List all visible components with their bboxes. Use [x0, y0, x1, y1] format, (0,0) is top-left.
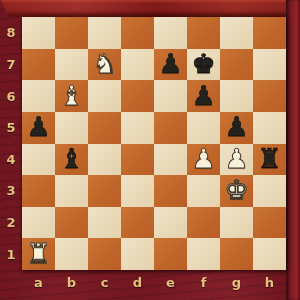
rank-label-6: 6	[0, 80, 22, 112]
square-b8[interactable]	[55, 17, 88, 49]
file-label-a: a	[22, 270, 55, 294]
square-h6[interactable]	[253, 80, 286, 112]
file-labels: abcdefgh	[22, 270, 286, 294]
square-b5[interactable]	[55, 112, 88, 144]
square-f4[interactable]: ♟	[187, 144, 220, 176]
square-d7[interactable]	[121, 49, 154, 81]
white-bishop[interactable]: ♝	[59, 82, 83, 109]
rank-label-4: 4	[0, 144, 22, 176]
file-label-f: f	[187, 270, 220, 294]
square-g8[interactable]	[220, 17, 253, 49]
rank-label-3: 3	[0, 175, 22, 207]
square-g3[interactable]: ♚	[220, 175, 253, 207]
frame-top-edge	[0, 0, 300, 17]
square-a4[interactable]	[22, 144, 55, 176]
square-b6[interactable]: ♝	[55, 80, 88, 112]
square-c6[interactable]	[88, 80, 121, 112]
square-d6[interactable]	[121, 80, 154, 112]
square-h2[interactable]	[253, 207, 286, 239]
black-pawn[interactable]: ♟	[158, 50, 182, 77]
square-c1[interactable]	[88, 238, 121, 270]
board-frame: 87654321 abcdefgh ♞♟♚♝♟♟♟♝♟♟♜♚♜	[0, 0, 300, 300]
square-g5[interactable]: ♟	[220, 112, 253, 144]
square-f6[interactable]: ♟	[187, 80, 220, 112]
square-a7[interactable]	[22, 49, 55, 81]
white-rook[interactable]: ♜	[26, 240, 50, 267]
square-e3[interactable]	[154, 175, 187, 207]
square-h8[interactable]	[253, 17, 286, 49]
square-d2[interactable]	[121, 207, 154, 239]
rank-label-8: 8	[0, 17, 22, 49]
square-c2[interactable]	[88, 207, 121, 239]
square-c3[interactable]	[88, 175, 121, 207]
square-f5[interactable]	[187, 112, 220, 144]
square-b7[interactable]	[55, 49, 88, 81]
square-f8[interactable]	[187, 17, 220, 49]
square-c7[interactable]: ♞	[88, 49, 121, 81]
black-rook[interactable]: ♜	[257, 145, 281, 172]
square-a1[interactable]: ♜	[22, 238, 55, 270]
square-h7[interactable]	[253, 49, 286, 81]
square-g2[interactable]	[220, 207, 253, 239]
square-d1[interactable]	[121, 238, 154, 270]
square-h1[interactable]	[253, 238, 286, 270]
square-e4[interactable]	[154, 144, 187, 176]
square-c4[interactable]	[88, 144, 121, 176]
rank-label-5: 5	[0, 112, 22, 144]
square-a2[interactable]	[22, 207, 55, 239]
square-b2[interactable]	[55, 207, 88, 239]
rank-label-2: 2	[0, 207, 22, 239]
file-label-g: g	[220, 270, 253, 294]
square-h4[interactable]: ♜	[253, 144, 286, 176]
file-label-h: h	[253, 270, 286, 294]
white-pawn[interactable]: ♟	[191, 145, 215, 172]
black-pawn[interactable]: ♟	[224, 113, 248, 140]
black-king[interactable]: ♚	[191, 50, 215, 77]
square-d4[interactable]	[121, 144, 154, 176]
square-f2[interactable]	[187, 207, 220, 239]
black-pawn[interactable]: ♟	[26, 113, 50, 140]
square-g1[interactable]	[220, 238, 253, 270]
white-knight[interactable]: ♞	[92, 50, 116, 77]
square-a6[interactable]	[22, 80, 55, 112]
square-b1[interactable]	[55, 238, 88, 270]
white-pawn[interactable]: ♟	[224, 145, 248, 172]
black-pawn[interactable]: ♟	[191, 82, 215, 109]
rank-labels: 87654321	[0, 17, 22, 270]
square-f3[interactable]	[187, 175, 220, 207]
square-d3[interactable]	[121, 175, 154, 207]
square-e5[interactable]	[154, 112, 187, 144]
square-b4[interactable]: ♝	[55, 144, 88, 176]
square-h3[interactable]	[253, 175, 286, 207]
square-c8[interactable]	[88, 17, 121, 49]
rank-label-1: 1	[0, 238, 22, 270]
frame-right-edge	[286, 0, 300, 300]
square-a8[interactable]	[22, 17, 55, 49]
square-g7[interactable]	[220, 49, 253, 81]
square-f7[interactable]: ♚	[187, 49, 220, 81]
file-label-d: d	[121, 270, 154, 294]
square-e8[interactable]	[154, 17, 187, 49]
rank-label-7: 7	[0, 49, 22, 81]
square-c5[interactable]	[88, 112, 121, 144]
square-a5[interactable]: ♟	[22, 112, 55, 144]
black-bishop[interactable]: ♝	[59, 145, 83, 172]
square-e2[interactable]	[154, 207, 187, 239]
square-a3[interactable]	[22, 175, 55, 207]
square-e6[interactable]	[154, 80, 187, 112]
square-f1[interactable]	[187, 238, 220, 270]
file-label-c: c	[88, 270, 121, 294]
white-king[interactable]: ♚	[224, 176, 248, 203]
file-label-b: b	[55, 270, 88, 294]
file-label-e: e	[154, 270, 187, 294]
chess-board: ♞♟♚♝♟♟♟♝♟♟♜♚♜	[22, 17, 286, 270]
square-h5[interactable]	[253, 112, 286, 144]
square-g6[interactable]	[220, 80, 253, 112]
square-g4[interactable]: ♟	[220, 144, 253, 176]
square-e1[interactable]	[154, 238, 187, 270]
square-d8[interactable]	[121, 17, 154, 49]
square-d5[interactable]	[121, 112, 154, 144]
square-b3[interactable]	[55, 175, 88, 207]
square-e7[interactable]: ♟	[154, 49, 187, 81]
